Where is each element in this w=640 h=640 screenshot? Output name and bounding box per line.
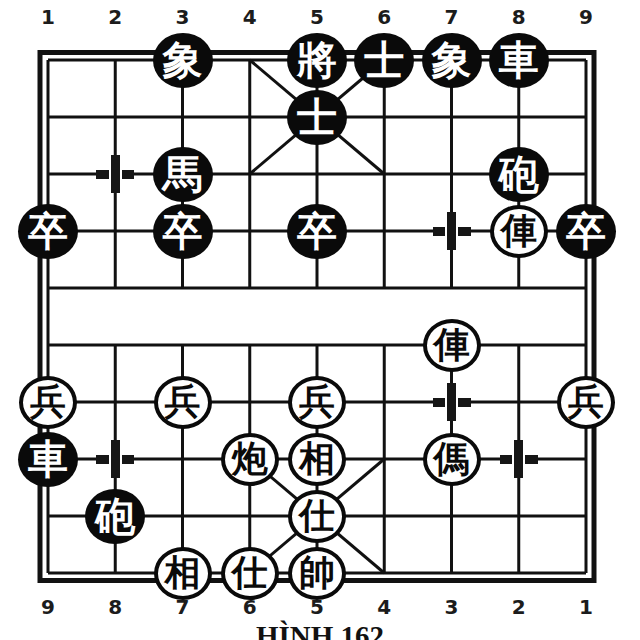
piece-red-elephant[interactable]: 相 <box>288 433 346 486</box>
piece-red-soldier[interactable]: 兵 <box>288 376 346 429</box>
piece-red-chariot[interactable]: 俥 <box>490 205 548 258</box>
piece-black-soldier[interactable]: 卒 <box>287 204 347 259</box>
piece-red-elephant[interactable]: 相 <box>154 547 212 600</box>
file-label: 5 <box>310 5 324 29</box>
piece-black-soldier[interactable]: 卒 <box>18 204 78 259</box>
piece-black-soldier[interactable]: 卒 <box>556 204 616 259</box>
file-label: 9 <box>579 5 593 29</box>
diagram-caption: HÌNH 162 <box>256 620 384 640</box>
file-label: 2 <box>108 5 122 29</box>
piece-red-advisor[interactable]: 仕 <box>221 547 279 600</box>
piece-red-general[interactable]: 帥 <box>288 547 346 600</box>
point-marker-icon <box>95 439 135 479</box>
xiangqi-diagram: 123456789 987654321 象將士象車士馬砲卒卒卒俥卒俥兵兵兵兵車炮… <box>0 0 640 640</box>
piece-black-general[interactable]: 將 <box>287 33 347 88</box>
point-marker-icon <box>499 439 539 479</box>
file-label: 1 <box>41 5 55 29</box>
piece-black-advisor[interactable]: 士 <box>287 90 347 145</box>
piece-red-soldier[interactable]: 兵 <box>557 376 615 429</box>
point-marker-icon <box>432 382 472 422</box>
file-label: 4 <box>243 5 257 29</box>
piece-black-cannon[interactable]: 砲 <box>489 147 549 202</box>
piece-red-soldier[interactable]: 兵 <box>19 376 77 429</box>
piece-black-elephant[interactable]: 象 <box>153 33 213 88</box>
point-marker-icon <box>95 154 135 194</box>
piece-black-cannon[interactable]: 砲 <box>85 489 145 544</box>
piece-red-advisor[interactable]: 仕 <box>288 490 346 543</box>
piece-black-chariot[interactable]: 車 <box>18 432 78 487</box>
file-label: 6 <box>377 5 391 29</box>
file-label: 7 <box>445 5 459 29</box>
piece-black-horse[interactable]: 馬 <box>153 147 213 202</box>
file-label: 3 <box>176 5 190 29</box>
piece-black-soldier[interactable]: 卒 <box>153 204 213 259</box>
piece-red-cannon[interactable]: 炮 <box>221 433 279 486</box>
piece-red-chariot[interactable]: 俥 <box>423 319 481 372</box>
piece-red-soldier[interactable]: 兵 <box>154 376 212 429</box>
point-marker-icon <box>432 211 472 251</box>
board-grid: 象將士象車士馬砲卒卒卒俥卒俥兵兵兵兵車炮相傌砲仕相仕帥 <box>14 32 619 602</box>
file-label: 8 <box>512 5 526 29</box>
piece-black-elephant[interactable]: 象 <box>422 33 482 88</box>
piece-black-advisor[interactable]: 士 <box>354 33 414 88</box>
piece-red-horse[interactable]: 傌 <box>423 433 481 486</box>
piece-black-chariot[interactable]: 車 <box>489 33 549 88</box>
